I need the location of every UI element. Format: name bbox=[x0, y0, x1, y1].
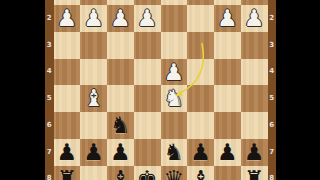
rank-label-5: 5 bbox=[268, 85, 277, 112]
rank-label-5: 5 bbox=[45, 85, 54, 112]
rank-labels-left: 12345678 bbox=[45, 0, 54, 180]
square-d5: ♞ bbox=[161, 85, 188, 112]
square-g7: ♟ bbox=[80, 139, 107, 166]
piece-black-king-e8: ♚ bbox=[137, 166, 158, 180]
rank-label-3: 3 bbox=[45, 32, 54, 59]
piece-black-queen-d8: ♛ bbox=[164, 166, 185, 180]
piece-black-knight-d7: ♞ bbox=[164, 139, 185, 166]
square-e3 bbox=[134, 32, 161, 59]
square-b6 bbox=[214, 112, 241, 139]
square-c3 bbox=[187, 32, 214, 59]
piece-black-pawn-b7: ♟ bbox=[217, 139, 238, 166]
square-c5 bbox=[187, 85, 214, 112]
square-a4 bbox=[241, 59, 268, 86]
piece-black-knight-f6: ♞ bbox=[110, 112, 131, 139]
piece-black-pawn-g7: ♟ bbox=[83, 139, 104, 166]
piece-black-rook-h8: ♜ bbox=[57, 166, 78, 180]
square-e6 bbox=[134, 112, 161, 139]
rank-labels-right: 12345678 bbox=[268, 0, 277, 180]
piece-black-pawn-a7: ♟ bbox=[244, 139, 265, 166]
rank-label-8: 8 bbox=[45, 166, 54, 180]
rank-label-7: 7 bbox=[45, 139, 54, 166]
piece-white-pawn-h2: ♟ bbox=[57, 5, 78, 32]
square-b2: ♟ bbox=[214, 5, 241, 32]
square-b3 bbox=[214, 32, 241, 59]
rank-label-2: 2 bbox=[45, 5, 54, 32]
square-h2: ♟ bbox=[54, 5, 81, 32]
piece-white-knight-d5: ♞ bbox=[164, 85, 185, 112]
rank-label-8: 8 bbox=[268, 166, 277, 180]
square-h7: ♟ bbox=[54, 139, 81, 166]
piece-black-pawn-h7: ♟ bbox=[57, 139, 78, 166]
rank-label-6: 6 bbox=[45, 112, 54, 139]
square-f6: ♞ bbox=[107, 112, 134, 139]
square-d3 bbox=[161, 32, 188, 59]
square-c7: ♟ bbox=[187, 139, 214, 166]
square-e8: ♚ bbox=[134, 166, 161, 180]
piece-white-pawn-b2: ♟ bbox=[217, 5, 238, 32]
square-e5 bbox=[134, 85, 161, 112]
rank-label-4: 4 bbox=[268, 59, 277, 86]
square-b4 bbox=[214, 59, 241, 86]
rank-label-3: 3 bbox=[268, 32, 277, 59]
square-g6 bbox=[80, 112, 107, 139]
square-h6 bbox=[54, 112, 81, 139]
square-a5 bbox=[241, 85, 268, 112]
square-c2 bbox=[187, 5, 214, 32]
square-d6 bbox=[161, 112, 188, 139]
piece-white-pawn-g2: ♟ bbox=[83, 5, 104, 32]
square-b8 bbox=[214, 166, 241, 180]
rank-label-4: 4 bbox=[45, 59, 54, 86]
square-g8 bbox=[80, 166, 107, 180]
piece-white-pawn-d4: ♟ bbox=[164, 59, 185, 86]
piece-black-pawn-c7: ♟ bbox=[190, 139, 211, 166]
piece-black-pawn-f7: ♟ bbox=[110, 139, 131, 166]
square-e7 bbox=[134, 139, 161, 166]
square-a6 bbox=[241, 112, 268, 139]
square-f3 bbox=[107, 32, 134, 59]
square-h3 bbox=[54, 32, 81, 59]
square-a2: ♟ bbox=[241, 5, 268, 32]
square-e4 bbox=[134, 59, 161, 86]
rank-label-2: 2 bbox=[268, 5, 277, 32]
rank-label-7: 7 bbox=[268, 139, 277, 166]
square-g2: ♟ bbox=[80, 5, 107, 32]
square-d7: ♞ bbox=[161, 139, 188, 166]
square-g3 bbox=[80, 32, 107, 59]
square-h5 bbox=[54, 85, 81, 112]
square-b5 bbox=[214, 85, 241, 112]
square-c6 bbox=[187, 112, 214, 139]
square-f8: ♝ bbox=[107, 166, 134, 180]
chess-board: 12345678 ♜♞♝♚♛♜♟♟♟♟♟♟♟♝♞♞♟♟♟♞♟♟♟♜♝♚♛♝♜ 1… bbox=[45, 0, 276, 180]
square-a8: ♜ bbox=[241, 166, 268, 180]
rank-label-6: 6 bbox=[268, 112, 277, 139]
square-e2: ♟ bbox=[134, 5, 161, 32]
piece-white-pawn-f2: ♟ bbox=[110, 5, 131, 32]
square-d2 bbox=[161, 5, 188, 32]
square-f2: ♟ bbox=[107, 5, 134, 32]
square-f4 bbox=[107, 59, 134, 86]
piece-black-bishop-f8: ♝ bbox=[110, 166, 131, 180]
square-d4: ♟ bbox=[161, 59, 188, 86]
square-c8: ♝ bbox=[187, 166, 214, 180]
square-b7: ♟ bbox=[214, 139, 241, 166]
square-f5 bbox=[107, 85, 134, 112]
square-g5: ♝ bbox=[80, 85, 107, 112]
square-h4 bbox=[54, 59, 81, 86]
piece-black-bishop-c8: ♝ bbox=[190, 166, 211, 180]
piece-black-rook-a8: ♜ bbox=[244, 166, 265, 180]
square-c4 bbox=[187, 59, 214, 86]
square-a7: ♟ bbox=[241, 139, 268, 166]
piece-white-bishop-g5: ♝ bbox=[83, 85, 104, 112]
piece-white-pawn-e2: ♟ bbox=[137, 5, 158, 32]
board-grid: ♜♞♝♚♛♜♟♟♟♟♟♟♟♝♞♞♟♟♟♞♟♟♟♜♝♚♛♝♜ bbox=[54, 0, 268, 180]
square-h8: ♜ bbox=[54, 166, 81, 180]
square-g4 bbox=[80, 59, 107, 86]
piece-white-pawn-a2: ♟ bbox=[244, 5, 265, 32]
square-f7: ♟ bbox=[107, 139, 134, 166]
thumbnail-stage: 12345678 ♜♞♝♚♛♜♟♟♟♟♟♟♟♝♞♞♟♟♟♞♟♟♟♜♝♚♛♝♜ 1… bbox=[0, 0, 320, 180]
square-d8: ♛ bbox=[161, 166, 188, 180]
square-a3 bbox=[241, 32, 268, 59]
